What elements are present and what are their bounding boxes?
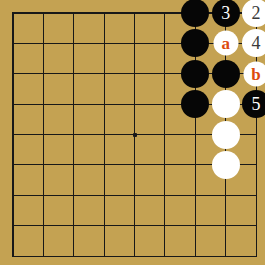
point-G4[interactable] (180, 150, 210, 180)
star-point (133, 133, 137, 137)
point-H8[interactable]: a (210, 28, 240, 58)
point-B6[interactable] (28, 89, 58, 119)
point-B3[interactable] (28, 180, 58, 210)
point-A4[interactable] (0, 150, 28, 180)
grid-line-v (43, 28, 44, 58)
grid-line-v (43, 150, 44, 180)
point-C9[interactable] (59, 0, 89, 28)
point-D6[interactable] (89, 89, 119, 119)
grid-line-v (164, 13, 165, 28)
grid-line-v (164, 28, 165, 58)
point-C6[interactable] (59, 89, 89, 119)
grid-line-v (73, 119, 74, 149)
grid-line-h (13, 195, 28, 196)
point-J8: 4 (241, 28, 265, 58)
board-grid: 32a4b5 (0, 0, 265, 265)
grid-line-v (164, 119, 165, 149)
point-H9: 3 (210, 0, 240, 28)
grid-line-v (164, 89, 165, 119)
grid-line-v (13, 150, 14, 180)
grid-line-v (73, 28, 74, 58)
white-stone (212, 121, 240, 149)
point-F9[interactable] (150, 0, 180, 28)
grid-line-v (134, 59, 135, 89)
grid-line-v (13, 89, 14, 119)
move-number-3: 3 (221, 4, 230, 22)
black-stone (181, 60, 209, 88)
grid-line-v (225, 210, 226, 240)
grid-line-v (13, 210, 14, 240)
move-number-2: 2 (252, 4, 261, 22)
point-C7[interactable] (59, 59, 89, 89)
point-E7[interactable] (119, 59, 149, 89)
point-A8[interactable] (0, 28, 28, 58)
point-E9[interactable] (119, 0, 149, 28)
point-E2[interactable] (119, 210, 149, 240)
grid-line-v (13, 241, 14, 256)
point-H6 (210, 89, 240, 119)
grid-line-v (134, 89, 135, 119)
point-C2[interactable] (59, 210, 89, 240)
grid-line-h (241, 256, 256, 257)
grid-line-v (73, 59, 74, 89)
point-F5[interactable] (150, 119, 180, 149)
point-C1[interactable] (59, 241, 89, 265)
point-B8[interactable] (28, 28, 58, 58)
white-stone (212, 151, 240, 179)
point-A9[interactable] (0, 0, 28, 28)
grid-line-h (13, 13, 28, 14)
grid-line-v (195, 150, 196, 180)
point-A7[interactable] (0, 59, 28, 89)
point-G6 (180, 89, 210, 119)
point-J1[interactable] (241, 241, 265, 265)
grid-line-v (164, 180, 165, 210)
point-J5[interactable] (241, 119, 265, 149)
grid-line-v (256, 210, 257, 240)
grid-line-h (13, 164, 28, 165)
point-F1[interactable] (150, 241, 180, 265)
point-H2[interactable] (210, 210, 240, 240)
grid-line-v (256, 150, 257, 180)
point-J2[interactable] (241, 210, 265, 240)
grid-line-v (104, 150, 105, 180)
black-stone (181, 0, 209, 27)
grid-line-v (104, 119, 105, 149)
grid-line-v (104, 28, 105, 58)
grid-line-h (13, 73, 28, 74)
grid-line-v (256, 119, 257, 149)
point-H5 (210, 119, 240, 149)
point-H7 (210, 59, 240, 89)
point-F4[interactable] (150, 150, 180, 180)
grid-line-v (73, 13, 74, 28)
grid-line-v (43, 210, 44, 240)
move-number-4: 4 (252, 34, 261, 52)
point-J4[interactable] (241, 150, 265, 180)
grid-line-v (164, 150, 165, 180)
grid-line-v (43, 89, 44, 119)
grid-line-v (195, 241, 196, 256)
white-stone: 2 (242, 0, 265, 27)
point-F8[interactable] (150, 28, 180, 58)
point-B1[interactable] (28, 241, 58, 265)
point-D2[interactable] (89, 210, 119, 240)
grid-line-v (73, 241, 74, 256)
point-J9: 2 (241, 0, 265, 28)
point-A5[interactable] (0, 119, 28, 149)
grid-line-v (43, 180, 44, 210)
point-E5[interactable] (119, 119, 149, 149)
point-D7[interactable] (89, 59, 119, 89)
point-C8[interactable] (59, 28, 89, 58)
point-C4[interactable] (59, 150, 89, 180)
grid-line-v (256, 241, 257, 256)
grid-line-v (13, 28, 14, 58)
grid-line-v (195, 119, 196, 149)
grid-line-v (104, 89, 105, 119)
grid-line-v (13, 180, 14, 210)
grid-line-v (134, 210, 135, 240)
black-stone (181, 90, 209, 118)
point-D4[interactable] (89, 150, 119, 180)
point-label-b[interactable]: b (244, 61, 266, 86)
white-stone: 4 (242, 29, 265, 57)
point-E8[interactable] (119, 28, 149, 58)
grid-line-v (164, 59, 165, 89)
go-board: 32a4b5 (0, 0, 265, 265)
grid-line-h (241, 134, 256, 135)
grid-line-v (13, 13, 14, 28)
point-F2[interactable] (150, 210, 180, 240)
grid-line-h (13, 43, 28, 44)
point-C5[interactable] (59, 119, 89, 149)
point-G3[interactable] (180, 180, 210, 210)
grid-line-v (73, 210, 74, 240)
grid-line-v (43, 119, 44, 149)
grid-line-v (13, 119, 14, 149)
grid-line-v (134, 241, 135, 256)
point-C3[interactable] (59, 180, 89, 210)
grid-line-v (104, 59, 105, 89)
grid-line-v (104, 13, 105, 28)
point-G2[interactable] (180, 210, 210, 240)
point-A6[interactable] (0, 89, 28, 119)
point-H3[interactable] (210, 180, 240, 210)
point-D1[interactable] (89, 241, 119, 265)
point-H4 (210, 150, 240, 180)
grid-line-v (134, 13, 135, 28)
point-A3[interactable] (0, 180, 28, 210)
point-B7[interactable] (28, 59, 58, 89)
point-label-a[interactable]: a (213, 31, 238, 56)
point-G1[interactable] (180, 241, 210, 265)
grid-line-h (13, 256, 28, 257)
black-stone (181, 29, 209, 57)
point-E3[interactable] (119, 180, 149, 210)
grid-line-v (134, 150, 135, 180)
grid-line-v (225, 241, 226, 256)
point-F7[interactable] (150, 59, 180, 89)
point-D5[interactable] (89, 119, 119, 149)
grid-line-v (164, 210, 165, 240)
grid-line-v (73, 89, 74, 119)
point-E6[interactable] (119, 89, 149, 119)
point-J7[interactable]: b (241, 59, 265, 89)
point-E4[interactable] (119, 150, 149, 180)
grid-line-v (195, 180, 196, 210)
grid-line-h (13, 104, 28, 105)
point-A2[interactable] (0, 210, 28, 240)
grid-line-v (225, 180, 226, 210)
grid-line-v (43, 241, 44, 256)
black-stone: 5 (242, 90, 265, 118)
point-G5[interactable] (180, 119, 210, 149)
point-E1[interactable] (119, 241, 149, 265)
point-F6[interactable] (150, 89, 180, 119)
grid-line-v (73, 180, 74, 210)
white-stone (212, 90, 240, 118)
point-F3[interactable] (150, 180, 180, 210)
grid-line-h (13, 134, 28, 135)
grid-line-v (43, 13, 44, 28)
grid-line-v (164, 241, 165, 256)
point-D3[interactable] (89, 180, 119, 210)
point-B2[interactable] (28, 210, 58, 240)
grid-line-v (104, 241, 105, 256)
point-D8[interactable] (89, 28, 119, 58)
point-G9 (180, 0, 210, 28)
point-G8 (180, 28, 210, 58)
grid-line-v (134, 180, 135, 210)
grid-line-h (241, 195, 256, 196)
grid-line-v (256, 180, 257, 210)
point-J6: 5 (241, 89, 265, 119)
point-A1[interactable] (0, 241, 28, 265)
grid-line-v (104, 210, 105, 240)
point-B9[interactable] (28, 0, 58, 28)
grid-line-v (73, 150, 74, 180)
grid-line-v (43, 59, 44, 89)
grid-line-h (241, 164, 256, 165)
point-G7 (180, 59, 210, 89)
black-stone: 3 (212, 0, 240, 27)
point-B4[interactable] (28, 150, 58, 180)
point-H1[interactable] (210, 241, 240, 265)
point-B5[interactable] (28, 119, 58, 149)
grid-line-v (13, 59, 14, 89)
grid-line-v (134, 28, 135, 58)
point-D9[interactable] (89, 0, 119, 28)
black-stone (212, 60, 240, 88)
grid-line-v (195, 210, 196, 240)
grid-line-v (104, 180, 105, 210)
move-number-5: 5 (252, 95, 261, 113)
grid-line-h (13, 225, 28, 226)
grid-line-h (241, 225, 256, 226)
point-J3[interactable] (241, 180, 265, 210)
